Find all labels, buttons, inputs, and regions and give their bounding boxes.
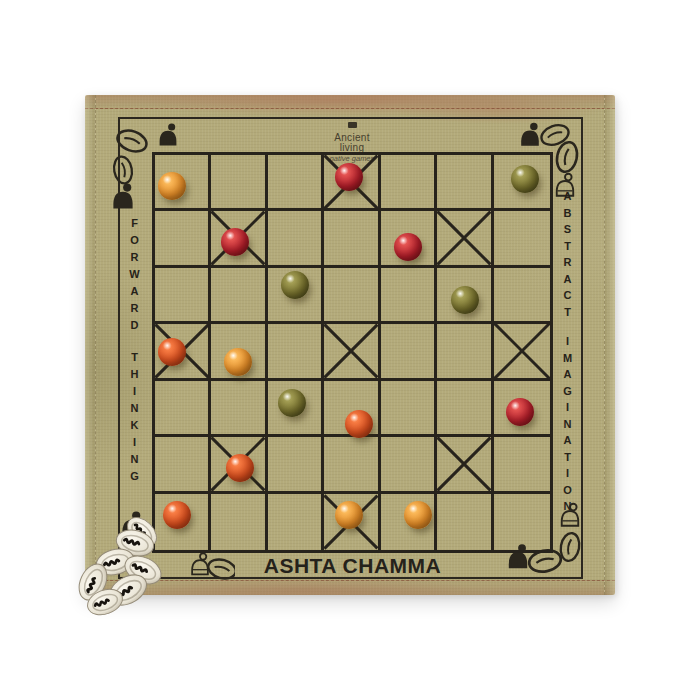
cell-r3c1[interactable] [155,268,211,324]
piece-red[interactable] [394,233,422,261]
piece-deep-orange[interactable] [345,410,373,438]
left-motto-word-2: THINKING [129,351,140,487]
right-motto: ABSTRACT IMAGINATION [559,196,575,510]
piece-olive[interactable] [511,165,539,193]
cell-r1c3[interactable] [268,155,324,211]
piece-olive[interactable] [451,286,479,314]
cowrie-shells-cluster[interactable] [73,507,213,637]
cell-r5c5[interactable] [381,381,437,437]
cell-r2c5[interactable] [381,211,437,267]
cell-r7c3[interactable] [268,494,324,550]
left-motto-word-1: FORWARD [129,217,140,336]
cell-r4c7-safe[interactable] [494,324,550,380]
cell-r4c3[interactable] [268,324,324,380]
cell-r5c2[interactable] [211,381,267,437]
shell-icon [115,127,150,156]
piece-red[interactable] [506,398,534,426]
cell-r6c5[interactable] [381,437,437,493]
cloth-hem-top [85,95,615,109]
cell-r1c2[interactable] [211,155,267,211]
cell-r2c2-safe[interactable] [211,211,267,267]
cell-r3c7[interactable] [494,268,550,324]
cell-r3c2[interactable] [211,268,267,324]
cell-r6c6-safe[interactable] [437,437,493,493]
cloth-hem-right [604,95,615,595]
cell-r5c7[interactable] [494,381,550,437]
cell-r2c4[interactable] [324,211,380,267]
cell-r5c3[interactable] [268,381,324,437]
shell-icon [112,155,134,185]
piece-olive[interactable] [278,389,306,417]
piece-red[interactable] [335,163,363,191]
cell-r3c3[interactable] [268,268,324,324]
cell-r7c7[interactable] [494,494,550,550]
cell-r6c4[interactable] [324,437,380,493]
pawn-icon [113,184,132,209]
cell-r4c6[interactable] [437,324,493,380]
cell-r6c2-safe[interactable] [211,437,267,493]
cell-r6c1[interactable] [155,437,211,493]
cell-r3c5[interactable] [381,268,437,324]
cell-r6c3[interactable] [268,437,324,493]
cell-r2c3[interactable] [268,211,324,267]
cell-r5c1[interactable] [155,381,211,437]
left-motto: FORWARD THINKING [126,219,142,485]
cell-r7c5[interactable] [381,494,437,550]
shell-icon [539,122,572,149]
piece-olive[interactable] [281,271,309,299]
board-grid [152,152,553,553]
pawn-icon [521,123,539,146]
cell-r4c1-safe[interactable] [155,324,211,380]
cell-r3c4[interactable] [324,268,380,324]
cell-r2c7[interactable] [494,211,550,267]
piece-deep-orange[interactable] [158,338,186,366]
cell-r6c7[interactable] [494,437,550,493]
cell-r1c6[interactable] [437,155,493,211]
cell-r7c6[interactable] [437,494,493,550]
cell-r1c4-safe[interactable] [324,155,380,211]
cell-r5c4[interactable] [324,381,380,437]
piece-orange[interactable] [404,501,432,529]
cell-r3c6[interactable] [437,268,493,324]
right-motto-word-2: IMAGINATION [562,335,573,517]
brand-logo-icon [348,122,357,128]
cell-r4c4-safe[interactable] [324,324,380,380]
cloth-board: Ancient living native games FORWARD THIN… [85,95,615,595]
cell-r4c5[interactable] [381,324,437,380]
piece-red[interactable] [221,228,249,256]
piece-orange[interactable] [158,172,186,200]
cell-r2c6-safe[interactable] [437,211,493,267]
pawn-icon [160,123,177,145]
cell-r4c2[interactable] [211,324,267,380]
piece-orange[interactable] [224,348,252,376]
cell-r1c5[interactable] [381,155,437,211]
shell-icon [554,140,579,173]
right-motto-word-1: ABSTRACT [562,190,573,322]
cell-r5c6[interactable] [437,381,493,437]
piece-deep-orange[interactable] [226,454,254,482]
cell-r7c4-safe[interactable] [324,494,380,550]
cell-r1c7[interactable] [494,155,550,211]
piece-orange[interactable] [335,501,363,529]
cell-r7c2[interactable] [211,494,267,550]
cell-r1c1[interactable] [155,155,211,211]
cell-r2c1[interactable] [155,211,211,267]
